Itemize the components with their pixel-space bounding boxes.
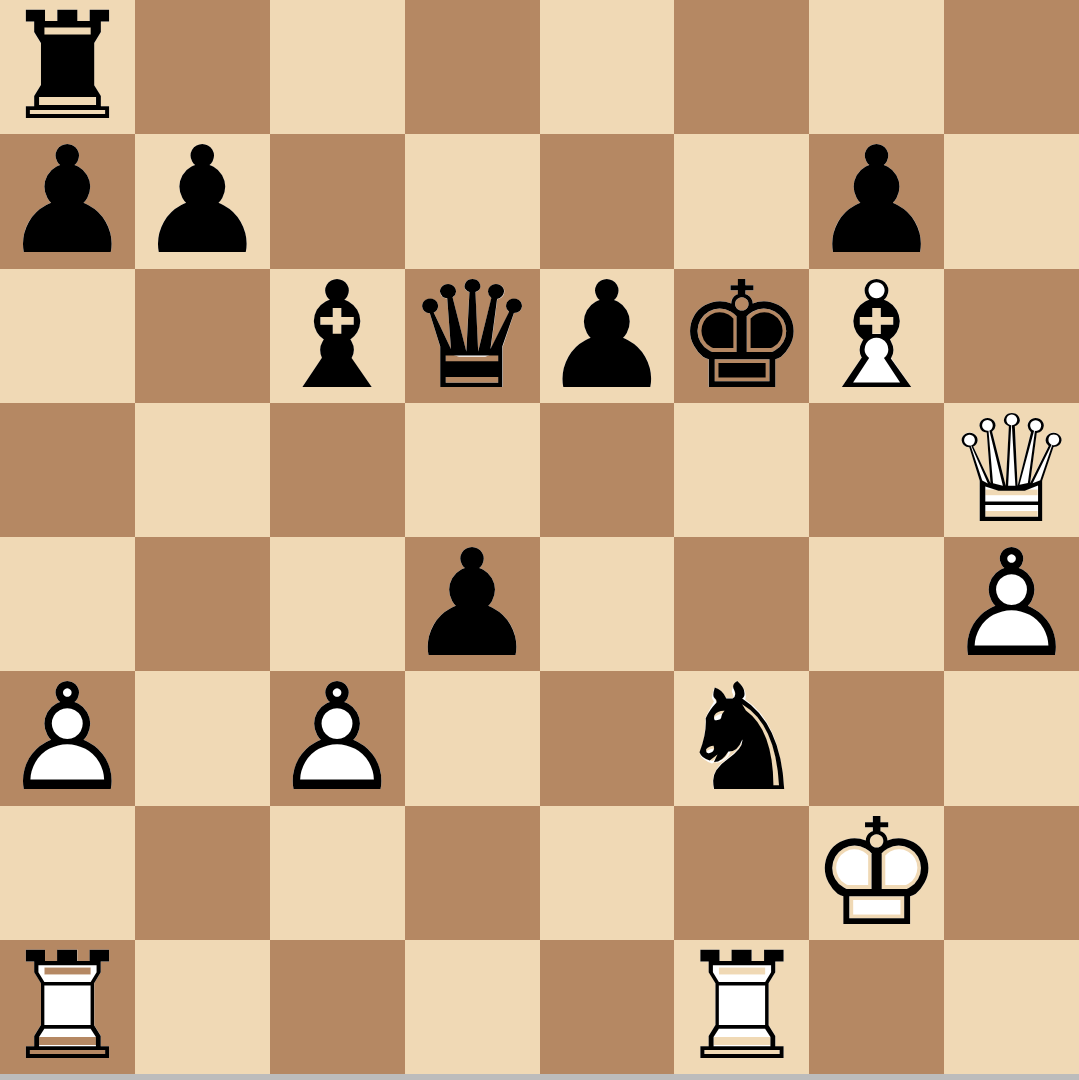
piece-white-rook[interactable]: ♜♖ xyxy=(674,940,809,1074)
square-c7[interactable] xyxy=(270,134,405,268)
black-queen-glyph: ♛ xyxy=(405,269,540,403)
square-h4[interactable]: ♟♙ xyxy=(944,537,1079,671)
square-c1[interactable] xyxy=(270,940,405,1074)
square-h3[interactable] xyxy=(944,671,1079,805)
square-d5[interactable] xyxy=(405,403,540,537)
piece-white-bishop[interactable]: ♝♗ xyxy=(809,269,944,403)
square-b7[interactable]: ♙♟ xyxy=(135,134,270,268)
square-g1[interactable] xyxy=(809,940,944,1074)
square-c4[interactable] xyxy=(270,537,405,671)
black-knight-glyph: ♞ xyxy=(674,671,809,805)
square-g5[interactable] xyxy=(809,403,944,537)
square-e1[interactable] xyxy=(540,940,675,1074)
square-b5[interactable] xyxy=(135,403,270,537)
square-e7[interactable] xyxy=(540,134,675,268)
white-pawn-glyph: ♙ xyxy=(944,537,1079,671)
square-h5[interactable]: ♛♕ xyxy=(944,403,1079,537)
piece-black-pawn[interactable]: ♙♟ xyxy=(809,134,944,268)
square-a4[interactable] xyxy=(0,537,135,671)
square-a2[interactable] xyxy=(0,806,135,940)
white-bishop-glyph: ♗ xyxy=(809,269,944,403)
square-g7[interactable]: ♙♟ xyxy=(809,134,944,268)
piece-white-queen[interactable]: ♛♕ xyxy=(944,403,1079,537)
square-b8[interactable] xyxy=(135,0,270,134)
square-g2[interactable]: ♚♔ xyxy=(809,806,944,940)
white-rook-glyph: ♖ xyxy=(674,940,809,1074)
square-b4[interactable] xyxy=(135,537,270,671)
square-d2[interactable] xyxy=(405,806,540,940)
square-f6[interactable]: ♔♚ xyxy=(674,269,809,403)
chess-board-window: ♖♜♙♟♙♟♙♟♗♝♕♛♙♟♔♚♝♗♛♕♙♟♟♙♟♙♟♙♘♞♚♔♜♖♜♖ xyxy=(0,0,1079,1080)
square-c3[interactable]: ♟♙ xyxy=(270,671,405,805)
square-c2[interactable] xyxy=(270,806,405,940)
piece-black-pawn[interactable]: ♙♟ xyxy=(135,134,270,268)
white-king-glyph: ♔ xyxy=(809,806,944,940)
square-g3[interactable] xyxy=(809,671,944,805)
square-b1[interactable] xyxy=(135,940,270,1074)
square-b2[interactable] xyxy=(135,806,270,940)
square-e6[interactable]: ♙♟ xyxy=(540,269,675,403)
bottom-strip xyxy=(0,1074,1079,1080)
black-bishop-glyph: ♝ xyxy=(270,269,405,403)
square-a8[interactable]: ♖♜ xyxy=(0,0,135,134)
square-a5[interactable] xyxy=(0,403,135,537)
square-d4[interactable]: ♙♟ xyxy=(405,537,540,671)
square-e8[interactable] xyxy=(540,0,675,134)
square-e5[interactable] xyxy=(540,403,675,537)
square-f7[interactable] xyxy=(674,134,809,268)
black-rook-glyph: ♜ xyxy=(0,0,135,134)
square-d1[interactable] xyxy=(405,940,540,1074)
square-h1[interactable] xyxy=(944,940,1079,1074)
piece-black-pawn[interactable]: ♙♟ xyxy=(540,269,675,403)
square-h7[interactable] xyxy=(944,134,1079,268)
square-b6[interactable] xyxy=(135,269,270,403)
square-h8[interactable] xyxy=(944,0,1079,134)
piece-white-pawn[interactable]: ♟♙ xyxy=(944,537,1079,671)
square-e4[interactable] xyxy=(540,537,675,671)
square-d3[interactable] xyxy=(405,671,540,805)
square-e2[interactable] xyxy=(540,806,675,940)
white-rook-glyph: ♖ xyxy=(0,940,135,1074)
square-d7[interactable] xyxy=(405,134,540,268)
square-b3[interactable] xyxy=(135,671,270,805)
square-d6[interactable]: ♕♛ xyxy=(405,269,540,403)
white-pawn-glyph: ♙ xyxy=(0,671,135,805)
white-pawn-glyph: ♙ xyxy=(270,671,405,805)
square-h2[interactable] xyxy=(944,806,1079,940)
square-f3[interactable]: ♘♞ xyxy=(674,671,809,805)
square-a6[interactable] xyxy=(0,269,135,403)
piece-white-pawn[interactable]: ♟♙ xyxy=(0,671,135,805)
piece-white-king[interactable]: ♚♔ xyxy=(809,806,944,940)
piece-black-knight[interactable]: ♘♞ xyxy=(674,671,809,805)
piece-black-rook[interactable]: ♖♜ xyxy=(0,0,135,134)
square-g6[interactable]: ♝♗ xyxy=(809,269,944,403)
black-pawn-glyph: ♟ xyxy=(405,537,540,671)
square-c6[interactable]: ♗♝ xyxy=(270,269,405,403)
square-g4[interactable] xyxy=(809,537,944,671)
piece-black-pawn[interactable]: ♙♟ xyxy=(405,537,540,671)
square-e3[interactable] xyxy=(540,671,675,805)
black-pawn-glyph: ♟ xyxy=(809,134,944,268)
chess-board: ♖♜♙♟♙♟♙♟♗♝♕♛♙♟♔♚♝♗♛♕♙♟♟♙♟♙♟♙♘♞♚♔♜♖♜♖ xyxy=(0,0,1079,1074)
piece-black-pawn[interactable]: ♙♟ xyxy=(0,134,135,268)
square-f2[interactable] xyxy=(674,806,809,940)
black-pawn-glyph: ♟ xyxy=(0,134,135,268)
white-queen-glyph: ♕ xyxy=(944,403,1079,537)
square-f1[interactable]: ♜♖ xyxy=(674,940,809,1074)
square-d8[interactable] xyxy=(405,0,540,134)
black-pawn-glyph: ♟ xyxy=(135,134,270,268)
piece-white-rook[interactable]: ♜♖ xyxy=(0,940,135,1074)
piece-black-queen[interactable]: ♕♛ xyxy=(405,269,540,403)
black-king-glyph: ♚ xyxy=(674,269,809,403)
square-f8[interactable] xyxy=(674,0,809,134)
square-h6[interactable] xyxy=(944,269,1079,403)
square-c8[interactable] xyxy=(270,0,405,134)
square-a3[interactable]: ♟♙ xyxy=(0,671,135,805)
square-f5[interactable] xyxy=(674,403,809,537)
piece-white-pawn[interactable]: ♟♙ xyxy=(270,671,405,805)
square-f4[interactable] xyxy=(674,537,809,671)
black-pawn-glyph: ♟ xyxy=(540,269,675,403)
square-g8[interactable] xyxy=(809,0,944,134)
piece-black-king[interactable]: ♔♚ xyxy=(674,269,809,403)
square-c5[interactable] xyxy=(270,403,405,537)
piece-black-bishop[interactable]: ♗♝ xyxy=(270,269,405,403)
square-a7[interactable]: ♙♟ xyxy=(0,134,135,268)
square-a1[interactable]: ♜♖ xyxy=(0,940,135,1074)
